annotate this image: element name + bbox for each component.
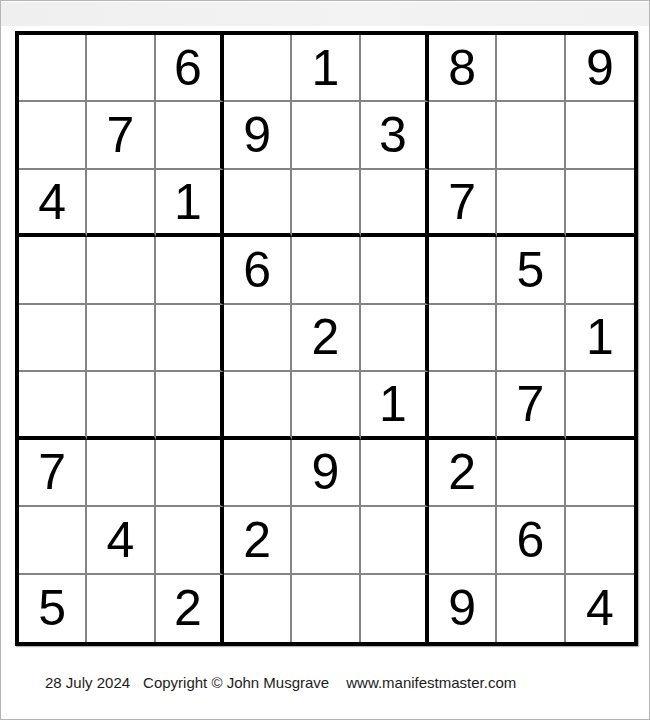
cell-r4c9[interactable]	[566, 237, 634, 304]
cell-r8c9[interactable]	[566, 507, 634, 574]
cell-r2c6[interactable]: 3	[361, 102, 429, 169]
cell-r3c1[interactable]: 4	[19, 170, 87, 237]
cell-r3c8[interactable]	[497, 170, 565, 237]
cell-r9c7[interactable]: 9	[429, 575, 497, 642]
cell-r4c6[interactable]	[361, 237, 429, 304]
cell-r6c5[interactable]	[292, 372, 360, 439]
cell-r1c8[interactable]	[497, 35, 565, 102]
cell-r2c9[interactable]	[566, 102, 634, 169]
cell-r6c2[interactable]	[87, 372, 155, 439]
cell-r4c1[interactable]	[19, 237, 87, 304]
cell-r9c8[interactable]	[497, 575, 565, 642]
cell-r4c2[interactable]	[87, 237, 155, 304]
cell-r5c2[interactable]	[87, 305, 155, 372]
cell-r2c3[interactable]	[156, 102, 224, 169]
cell-r7c4[interactable]	[224, 440, 292, 507]
cell-r5c8[interactable]	[497, 305, 565, 372]
cell-r7c2[interactable]	[87, 440, 155, 507]
cell-r2c1[interactable]	[19, 102, 87, 169]
sudoku-grid: 61897934176521177924265294	[15, 31, 638, 646]
cell-r4c4[interactable]: 6	[224, 237, 292, 304]
cell-r8c4[interactable]: 2	[224, 507, 292, 574]
cell-r3c3[interactable]: 1	[156, 170, 224, 237]
cell-r6c6[interactable]: 1	[361, 372, 429, 439]
cell-r3c9[interactable]	[566, 170, 634, 237]
cell-r1c5[interactable]: 1	[292, 35, 360, 102]
cell-r2c2[interactable]: 7	[87, 102, 155, 169]
cell-r7c9[interactable]	[566, 440, 634, 507]
cell-r5c1[interactable]	[19, 305, 87, 372]
cell-r9c6[interactable]	[361, 575, 429, 642]
cell-r8c6[interactable]	[361, 507, 429, 574]
cell-r3c7[interactable]: 7	[429, 170, 497, 237]
cell-r5c7[interactable]	[429, 305, 497, 372]
cell-r5c3[interactable]	[156, 305, 224, 372]
cell-r1c4[interactable]	[224, 35, 292, 102]
cell-r7c1[interactable]: 7	[19, 440, 87, 507]
cell-r3c6[interactable]	[361, 170, 429, 237]
cell-r7c7[interactable]: 2	[429, 440, 497, 507]
cell-r9c3[interactable]: 2	[156, 575, 224, 642]
cell-r7c3[interactable]	[156, 440, 224, 507]
cell-r4c8[interactable]: 5	[497, 237, 565, 304]
cell-r1c7[interactable]: 8	[429, 35, 497, 102]
cell-r2c4[interactable]: 9	[224, 102, 292, 169]
cell-r8c3[interactable]	[156, 507, 224, 574]
cell-r1c6[interactable]	[361, 35, 429, 102]
cell-r6c4[interactable]	[224, 372, 292, 439]
top-bar	[1, 2, 649, 26]
cell-r9c1[interactable]: 5	[19, 575, 87, 642]
cell-r1c2[interactable]	[87, 35, 155, 102]
cell-r6c3[interactable]	[156, 372, 224, 439]
cell-r9c5[interactable]	[292, 575, 360, 642]
cell-r1c3[interactable]: 6	[156, 35, 224, 102]
cell-r3c5[interactable]	[292, 170, 360, 237]
page: 61897934176521177924265294 28 July 2024C…	[0, 0, 650, 720]
cell-r1c9[interactable]: 9	[566, 35, 634, 102]
cell-r9c4[interactable]	[224, 575, 292, 642]
cell-r8c7[interactable]	[429, 507, 497, 574]
cell-r5c6[interactable]	[361, 305, 429, 372]
footer-website: www.manifestmaster.com	[346, 674, 516, 691]
cell-r1c1[interactable]	[19, 35, 87, 102]
footer-copyright: Copyright © John Musgrave	[143, 674, 329, 691]
cell-r3c2[interactable]	[87, 170, 155, 237]
cell-r9c2[interactable]	[87, 575, 155, 642]
cell-r5c9[interactable]: 1	[566, 305, 634, 372]
cell-r8c5[interactable]	[292, 507, 360, 574]
cell-r8c8[interactable]: 6	[497, 507, 565, 574]
cell-r7c8[interactable]	[497, 440, 565, 507]
cell-r5c5[interactable]: 2	[292, 305, 360, 372]
cell-r4c7[interactable]	[429, 237, 497, 304]
cell-r2c7[interactable]	[429, 102, 497, 169]
cell-r4c5[interactable]	[292, 237, 360, 304]
cell-r6c7[interactable]	[429, 372, 497, 439]
cell-r7c5[interactable]: 9	[292, 440, 360, 507]
cell-r3c4[interactable]	[224, 170, 292, 237]
footer: 28 July 2024Copyright © John Musgravewww…	[45, 673, 516, 693]
cell-r7c6[interactable]	[361, 440, 429, 507]
footer-date: 28 July 2024	[45, 674, 130, 691]
cell-r6c1[interactable]	[19, 372, 87, 439]
cell-r8c1[interactable]	[19, 507, 87, 574]
cell-r9c9[interactable]: 4	[566, 575, 634, 642]
cell-r2c8[interactable]	[497, 102, 565, 169]
cell-r2c5[interactable]	[292, 102, 360, 169]
cell-r8c2[interactable]: 4	[87, 507, 155, 574]
cell-r4c3[interactable]	[156, 237, 224, 304]
cell-r5c4[interactable]	[224, 305, 292, 372]
cell-r6c9[interactable]	[566, 372, 634, 439]
cell-r6c8[interactable]: 7	[497, 372, 565, 439]
